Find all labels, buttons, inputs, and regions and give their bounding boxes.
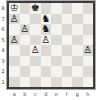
square-f6[interactable] [62,24,73,35]
square-g3[interactable] [72,56,83,67]
square-a7[interactable]: ♙ [9,14,20,25]
chess-diagram: 87654321 ♔♚♙♞♙♞♙♙♙♙ abcdefgh [0,0,100,100]
square-h1[interactable] [83,77,94,88]
square-h8[interactable] [83,3,94,14]
square-d6[interactable]: ♞ [41,24,52,35]
square-g4[interactable] [72,45,83,56]
square-e1[interactable] [51,77,62,88]
square-c8[interactable]: ♚ [30,3,41,14]
square-a6[interactable] [9,24,20,35]
square-d4[interactable] [41,45,52,56]
square-d2[interactable] [41,66,52,77]
square-d3[interactable] [41,56,52,67]
square-e7[interactable] [51,14,62,25]
square-f4[interactable] [62,45,73,56]
square-g2[interactable] [72,66,83,77]
square-h5[interactable] [83,35,94,46]
file-label-f: f [62,90,73,98]
white-pawn: ♙ [20,24,29,35]
file-label-g: g [72,90,83,98]
square-g8[interactable] [72,3,83,14]
rank-label-2: 2 [0,66,6,77]
square-h4[interactable]: ♙ [83,45,94,56]
square-h6[interactable] [83,24,94,35]
white-king: ♔ [10,3,19,14]
square-b3[interactable] [20,56,31,67]
file-label-h: h [83,90,94,98]
square-h7[interactable] [83,14,94,25]
black-knight: ♞ [41,14,50,25]
square-d5[interactable]: ♙ [41,35,52,46]
square-e8[interactable] [51,3,62,14]
chess-board: ♔♚♙♞♙♞♙♙♙♙ [7,1,95,89]
square-c1[interactable] [30,77,41,88]
white-pawn: ♙ [10,14,19,25]
square-f5[interactable] [62,35,73,46]
square-a8[interactable]: ♔ [9,3,20,14]
rank-labels: 87654321 [0,3,6,87]
white-pawn: ♙ [41,35,50,46]
file-label-e: e [51,90,62,98]
square-b1[interactable] [20,77,31,88]
square-g1[interactable] [72,77,83,88]
white-pawn: ♙ [10,35,19,46]
square-g5[interactable] [72,35,83,46]
square-b8[interactable] [20,3,31,14]
square-a4[interactable] [9,45,20,56]
square-b4[interactable] [20,45,31,56]
rank-label-5: 5 [0,35,6,46]
square-c6[interactable] [30,24,41,35]
rank-label-6: 6 [0,24,6,35]
square-g7[interactable] [72,14,83,25]
rank-label-4: 4 [0,45,6,56]
square-a5[interactable]: ♙ [9,35,20,46]
square-c7[interactable] [30,14,41,25]
square-f7[interactable] [62,14,73,25]
square-e4[interactable] [51,45,62,56]
rank-label-1: 1 [0,77,6,88]
square-b2[interactable] [20,66,31,77]
file-label-c: c [30,90,41,98]
square-b5[interactable] [20,35,31,46]
black-king: ♚ [31,3,40,14]
white-pawn: ♙ [83,45,92,56]
file-label-a: a [9,90,20,98]
square-f1[interactable] [62,77,73,88]
square-b6[interactable]: ♙ [20,24,31,35]
square-c4[interactable]: ♙ [30,45,41,56]
square-a2[interactable] [9,66,20,77]
rank-label-7: 7 [0,14,6,25]
square-h3[interactable] [83,56,94,67]
square-c2[interactable] [30,66,41,77]
square-f2[interactable] [62,66,73,77]
square-e2[interactable] [51,66,62,77]
square-c3[interactable] [30,56,41,67]
square-f8[interactable] [62,3,73,14]
file-labels: abcdefgh [9,90,93,98]
white-pawn: ♙ [31,45,40,56]
square-e5[interactable] [51,35,62,46]
square-e3[interactable] [51,56,62,67]
rank-label-3: 3 [0,56,6,67]
square-b7[interactable] [20,14,31,25]
square-c5[interactable] [30,35,41,46]
square-g6[interactable] [72,24,83,35]
square-f3[interactable] [62,56,73,67]
square-d8[interactable] [41,3,52,14]
square-a3[interactable] [9,56,20,67]
black-knight: ♞ [41,24,50,35]
square-h2[interactable] [83,66,94,77]
square-a1[interactable] [9,77,20,88]
square-d1[interactable] [41,77,52,88]
square-d7[interactable]: ♞ [41,14,52,25]
file-label-b: b [20,90,31,98]
file-label-d: d [41,90,52,98]
rank-label-8: 8 [0,3,6,14]
square-e6[interactable] [51,24,62,35]
